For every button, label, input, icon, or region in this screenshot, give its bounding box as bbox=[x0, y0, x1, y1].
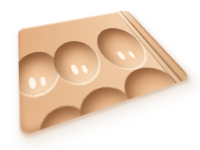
photo-canvas bbox=[0, 0, 200, 150]
pit-highlight bbox=[99, 114, 111, 129]
pit-highlight bbox=[55, 131, 67, 137]
pit-highlight bbox=[81, 64, 89, 73]
pit-highlight bbox=[113, 112, 122, 122]
mancala-board bbox=[18, 10, 191, 137]
pit-highlight bbox=[127, 51, 136, 59]
pit-highlight bbox=[68, 130, 77, 137]
pit-highlight bbox=[147, 93, 159, 105]
pit-highlight bbox=[40, 76, 47, 87]
pit-highlight bbox=[160, 92, 169, 100]
pit-highlight bbox=[28, 76, 37, 90]
pit-highlight bbox=[69, 64, 79, 76]
pit-highlight bbox=[116, 51, 127, 61]
